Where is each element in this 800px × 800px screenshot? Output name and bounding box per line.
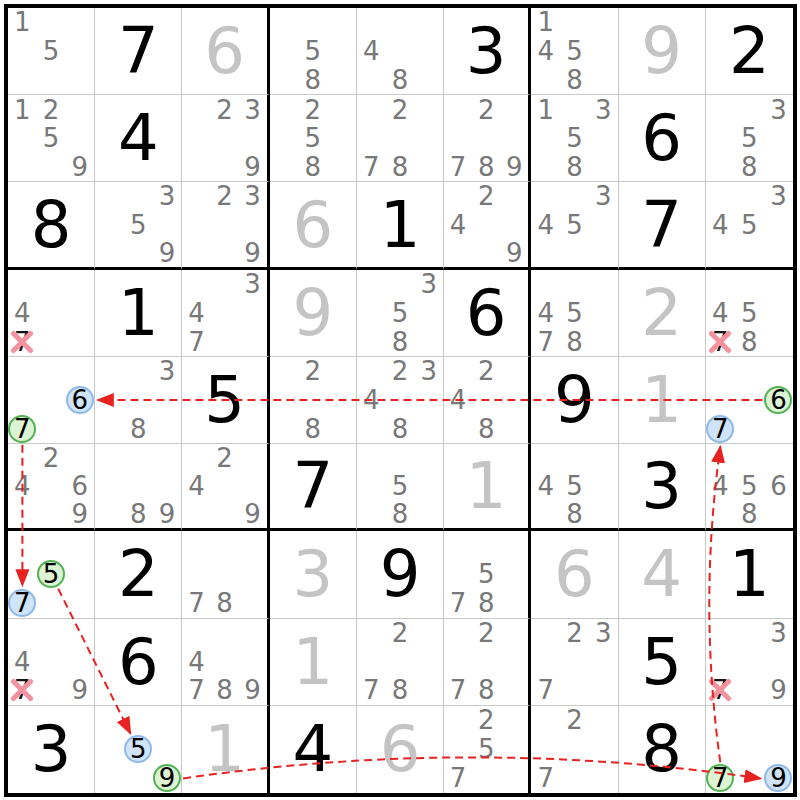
eliminated-candidate-7[interactable]: 7: [706, 328, 734, 356]
cell-r7c2[interactable]: 2: [95, 531, 182, 618]
candidate-2[interactable]: 2: [299, 357, 327, 385]
cell-r5c5[interactable]: 2348: [357, 357, 444, 444]
candidate-5[interactable]: 5: [560, 211, 588, 239]
candidate-3[interactable]: 3: [153, 182, 181, 210]
cell-r1c9[interactable]: 2: [706, 8, 793, 95]
candidate-4[interactable]: 4: [182, 472, 210, 500]
pencil-marks: 1259: [8, 95, 94, 181]
cell-r7c3[interactable]: 78: [182, 531, 269, 618]
candidate-5[interactable]: 5: [37, 124, 65, 152]
cell-r6c2[interactable]: 89: [95, 444, 182, 531]
cell-r9c4[interactable]: 4: [270, 706, 357, 793]
cell-r2c4[interactable]: 258: [270, 95, 357, 182]
cell-r9c3[interactable]: 1: [182, 706, 269, 793]
candidate-5[interactable]: 5: [386, 299, 414, 327]
pencil-marks: 79: [706, 706, 793, 793]
cell-value: 1: [95, 270, 181, 356]
pencil-marks: 59: [95, 706, 181, 793]
candidate-4[interactable]: 4: [532, 37, 560, 65]
cell-value: 9: [357, 531, 443, 617]
candidate-7[interactable]: 7: [532, 676, 560, 704]
cell-r4c6[interactable]: 6: [444, 270, 531, 357]
pencil-marks: 67: [706, 357, 793, 443]
candidate-8[interactable]: 8: [211, 589, 239, 617]
cell-value: 3: [619, 444, 705, 528]
cell-r5c4[interactable]: 28: [270, 357, 357, 444]
candidate-5[interactable]: 5: [386, 472, 414, 500]
candidate-4[interactable]: 4: [182, 648, 210, 676]
candidate-4[interactable]: 4: [706, 211, 734, 239]
candidate-2[interactable]: 2: [386, 357, 414, 385]
candidate-2[interactable]: 2: [37, 96, 65, 124]
candidate-7[interactable]: 7: [357, 676, 385, 704]
cell-value: 2: [706, 8, 793, 94]
cell-r4c4[interactable]: 9: [270, 270, 357, 357]
chain-node-blue-6[interactable]: 6: [66, 386, 94, 414]
candidate-3[interactable]: 3: [589, 619, 617, 647]
cell-r6c1[interactable]: 2469: [8, 444, 95, 531]
cell-r1c3[interactable]: 6: [182, 8, 269, 95]
candidate-8[interactable]: 8: [299, 415, 327, 443]
cell-r6c6[interactable]: 1: [444, 444, 531, 531]
cell-value: 6: [357, 706, 443, 793]
pencil-marks: 58: [270, 8, 356, 94]
candidate-5[interactable]: 5: [560, 37, 588, 65]
candidate-3[interactable]: 3: [239, 96, 267, 124]
pencil-marks: 67: [8, 357, 94, 443]
candidate-8[interactable]: 8: [560, 153, 588, 181]
candidate-5[interactable]: 5: [735, 472, 763, 500]
pencil-marks: 78: [182, 531, 266, 617]
pencil-marks: 1358: [531, 95, 617, 181]
cell-r8c8[interactable]: 5: [619, 619, 706, 706]
pencil-marks: 248: [444, 357, 528, 443]
cell-r7c5[interactable]: 9: [357, 531, 444, 618]
candidate-4[interactable]: 4: [182, 299, 210, 327]
candidate-2[interactable]: 2: [472, 357, 500, 385]
cell-r3c7[interactable]: 345: [531, 182, 618, 269]
cell-r1c2[interactable]: 7: [95, 8, 182, 95]
chain-node-blue-9[interactable]: 9: [764, 764, 792, 792]
candidate-8[interactable]: 8: [560, 66, 588, 94]
candidate-1[interactable]: 1: [8, 8, 36, 36]
cell-value: 2: [95, 531, 181, 617]
candidate-8[interactable]: 8: [735, 500, 763, 528]
cell-value: 3: [8, 706, 94, 793]
candidate-4[interactable]: 4: [532, 211, 560, 239]
candidate-7[interactable]: 7: [532, 328, 560, 356]
pencil-marks: 2789: [444, 95, 528, 181]
cell-value: 6: [444, 270, 528, 356]
pencil-marks: 4568: [706, 444, 793, 528]
candidate-9[interactable]: 9: [239, 676, 267, 704]
cell-r7c9[interactable]: 1: [706, 531, 793, 618]
cell-r9c7[interactable]: 27: [531, 706, 618, 793]
cell-value: 9: [531, 357, 617, 443]
pencil-marks: 47: [8, 270, 94, 356]
cell-value: 8: [619, 706, 705, 793]
cell-value: 1: [270, 619, 356, 705]
chain-node-green-5[interactable]: 5: [37, 560, 65, 588]
chain-node-blue-5[interactable]: 5: [124, 735, 152, 763]
candidate-1[interactable]: 1: [532, 96, 560, 124]
cell-value: 8: [8, 182, 94, 266]
cell-r5c3[interactable]: 5: [182, 357, 269, 444]
candidate-4[interactable]: 4: [8, 472, 36, 500]
pencil-marks: 27: [531, 706, 617, 793]
candidate-8[interactable]: 8: [735, 328, 763, 356]
cell-value: 1: [182, 706, 266, 793]
candidate-5[interactable]: 5: [735, 299, 763, 327]
candidate-5[interactable]: 5: [37, 37, 65, 65]
chain-node-green-9[interactable]: 9: [153, 764, 181, 792]
candidate-5[interactable]: 5: [735, 124, 763, 152]
candidate-4[interactable]: 4: [706, 472, 734, 500]
candidate-8[interactable]: 8: [386, 676, 414, 704]
cell-r5c8[interactable]: 1: [619, 357, 706, 444]
cell-r5c6[interactable]: 248: [444, 357, 531, 444]
candidate-9[interactable]: 9: [239, 239, 267, 267]
pencil-marks: 2348: [357, 357, 443, 443]
candidate-2[interactable]: 2: [211, 444, 239, 472]
cell-r2c6[interactable]: 2789: [444, 95, 531, 182]
candidate-3[interactable]: 3: [589, 182, 617, 210]
pencil-marks: 458: [531, 444, 617, 528]
candidate-5[interactable]: 5: [299, 37, 327, 65]
candidate-9[interactable]: 9: [153, 239, 181, 267]
cell-r1c5[interactable]: 48: [357, 8, 444, 95]
pencil-marks: 15: [8, 8, 94, 94]
pencil-marks: 1458: [531, 8, 617, 94]
cell-value: 2: [619, 270, 705, 356]
candidate-8[interactable]: 8: [472, 676, 500, 704]
cell-r3c9[interactable]: 345: [706, 182, 793, 269]
cell-r8c5[interactable]: 278: [357, 619, 444, 706]
cell-r5c1[interactable]: 67: [8, 357, 95, 444]
cell-r3c4[interactable]: 6: [270, 182, 357, 269]
candidate-2[interactable]: 2: [386, 96, 414, 124]
pencil-marks: 57: [8, 531, 94, 617]
pencil-marks: 358: [357, 270, 443, 356]
candidate-2[interactable]: 2: [211, 96, 239, 124]
cell-r2c9[interactable]: 358: [706, 95, 793, 182]
eliminated-candidate-7[interactable]: 7: [8, 676, 36, 704]
candidate-2[interactable]: 2: [560, 619, 588, 647]
pencil-marks: 258: [270, 95, 356, 181]
cell-r4c2[interactable]: 1: [95, 270, 182, 357]
chain-node-blue-7[interactable]: 7: [8, 589, 36, 617]
candidate-3[interactable]: 3: [589, 96, 617, 124]
cell-r8c2[interactable]: 6: [95, 619, 182, 706]
candidate-2[interactable]: 2: [472, 96, 500, 124]
candidate-3[interactable]: 3: [415, 357, 443, 385]
cell-r2c8[interactable]: 6: [619, 95, 706, 182]
cell-r7c4[interactable]: 3: [270, 531, 357, 618]
cell-value: 5: [182, 357, 266, 443]
cell-r2c7[interactable]: 1358: [531, 95, 618, 182]
cell-r4c3[interactable]: 347: [182, 270, 269, 357]
cell-value: 6: [619, 95, 705, 181]
eliminated-candidate-7[interactable]: 7: [706, 676, 734, 704]
cell-r5c7[interactable]: 9: [531, 357, 618, 444]
candidate-9[interactable]: 9: [66, 676, 94, 704]
candidate-7[interactable]: 7: [182, 676, 210, 704]
candidate-2[interactable]: 2: [472, 619, 500, 647]
pencil-marks: 239: [182, 182, 266, 266]
candidate-7[interactable]: 7: [444, 153, 472, 181]
pencil-marks: 345: [706, 182, 793, 266]
candidate-7[interactable]: 7: [182, 328, 210, 356]
candidate-5[interactable]: 5: [560, 299, 588, 327]
cell-value: 6: [531, 531, 617, 617]
pencil-marks: 2469: [8, 444, 94, 528]
cell-value: 1: [444, 444, 528, 528]
cell-r1c6[interactable]: 3: [444, 8, 531, 95]
candidate-1[interactable]: 1: [532, 8, 560, 36]
candidate-9[interactable]: 9: [153, 500, 181, 528]
cell-value: 6: [270, 182, 356, 266]
pencil-marks: 347: [182, 270, 266, 356]
candidate-7[interactable]: 7: [444, 764, 472, 792]
cell-r3c2[interactable]: 359: [95, 182, 182, 269]
candidate-9[interactable]: 9: [239, 153, 267, 181]
cell-r2c5[interactable]: 278: [357, 95, 444, 182]
candidate-8[interactable]: 8: [472, 589, 500, 617]
candidate-9[interactable]: 9: [66, 153, 94, 181]
chain-node-green-6[interactable]: 6: [764, 386, 792, 414]
candidate-3[interactable]: 3: [764, 619, 792, 647]
cell-r9c1[interactable]: 3: [8, 706, 95, 793]
candidate-4[interactable]: 4: [532, 472, 560, 500]
candidate-2[interactable]: 2: [211, 182, 239, 210]
candidate-2[interactable]: 2: [472, 182, 500, 210]
cell-r4c9[interactable]: 4578: [706, 270, 793, 357]
cell-r3c3[interactable]: 239: [182, 182, 269, 269]
candidate-8[interactable]: 8: [299, 66, 327, 94]
pencil-marks: 28: [270, 357, 356, 443]
candidate-4[interactable]: 4: [357, 386, 385, 414]
cell-value: 7: [270, 444, 356, 528]
cell-value: 7: [95, 8, 181, 94]
cell-r1c4[interactable]: 58: [270, 8, 357, 95]
cell-value: 6: [95, 619, 181, 705]
pencil-marks: 257: [444, 706, 528, 793]
pencil-marks: 249: [444, 182, 528, 266]
cell-r6c5[interactable]: 58: [357, 444, 444, 531]
sudoku-board: 1576584831458921259423925827827891358635…: [4, 4, 797, 797]
candidate-2[interactable]: 2: [299, 96, 327, 124]
candidate-8[interactable]: 8: [386, 415, 414, 443]
pencil-marks: 249: [182, 444, 266, 528]
cell-value: 4: [270, 706, 356, 793]
candidate-5[interactable]: 5: [124, 211, 152, 239]
cell-value: 5: [619, 619, 705, 705]
candidate-9[interactable]: 9: [239, 500, 267, 528]
candidate-7[interactable]: 7: [357, 153, 385, 181]
cell-r6c9[interactable]: 4568: [706, 444, 793, 531]
candidate-5[interactable]: 5: [560, 124, 588, 152]
pencil-marks: 578: [444, 531, 528, 617]
cell-r6c8[interactable]: 3: [619, 444, 706, 531]
cell-r9c8[interactable]: 8: [619, 706, 706, 793]
candidate-7[interactable]: 7: [444, 676, 472, 704]
cell-value: 1: [619, 357, 705, 443]
pencil-marks: 345: [531, 182, 617, 266]
candidate-7[interactable]: 7: [532, 764, 560, 792]
candidate-7[interactable]: 7: [444, 589, 472, 617]
cell-r1c7[interactable]: 1458: [531, 8, 618, 95]
cell-r7c1[interactable]: 57: [8, 531, 95, 618]
candidate-8[interactable]: 8: [386, 328, 414, 356]
candidate-9[interactable]: 9: [66, 500, 94, 528]
cell-r4c8[interactable]: 2: [619, 270, 706, 357]
pencil-marks: 278: [444, 619, 528, 705]
cell-r8c7[interactable]: 237: [531, 619, 618, 706]
cell-r1c1[interactable]: 15: [8, 8, 95, 95]
pencil-marks: 4789: [182, 619, 266, 705]
pencil-marks: 38: [95, 357, 181, 443]
candidate-8[interactable]: 8: [386, 66, 414, 94]
chain-node-green-7[interactable]: 7: [706, 764, 734, 792]
cell-value: 9: [619, 8, 705, 94]
candidate-2[interactable]: 2: [560, 706, 588, 734]
candidate-8[interactable]: 8: [211, 676, 239, 704]
pencil-marks: 358: [706, 95, 793, 181]
candidate-4[interactable]: 4: [444, 211, 472, 239]
cell-value: 4: [619, 531, 705, 617]
cell-r7c8[interactable]: 4: [619, 531, 706, 618]
candidate-5[interactable]: 5: [472, 735, 500, 763]
candidate-3[interactable]: 3: [764, 182, 792, 210]
pencil-marks: 278: [357, 619, 443, 705]
pencil-marks: 4578: [531, 270, 617, 356]
candidate-4[interactable]: 4: [706, 299, 734, 327]
pencil-marks: 379: [706, 619, 793, 705]
candidate-8[interactable]: 8: [560, 500, 588, 528]
candidate-1[interactable]: 1: [8, 96, 36, 124]
candidate-9[interactable]: 9: [500, 153, 528, 181]
cell-r8c9[interactable]: 379: [706, 619, 793, 706]
candidate-8[interactable]: 8: [735, 153, 763, 181]
eliminated-candidate-7[interactable]: 7: [8, 328, 36, 356]
cell-r7c7[interactable]: 6: [531, 531, 618, 618]
candidate-4[interactable]: 4: [532, 299, 560, 327]
candidate-4[interactable]: 4: [8, 648, 36, 676]
candidate-6[interactable]: 6: [66, 472, 94, 500]
cell-value: 4: [95, 95, 181, 181]
candidate-3[interactable]: 3: [764, 96, 792, 124]
candidate-4[interactable]: 4: [444, 386, 472, 414]
cell-r4c5[interactable]: 358: [357, 270, 444, 357]
cell-value: 7: [619, 182, 705, 266]
candidate-3[interactable]: 3: [415, 270, 443, 298]
cell-r4c7[interactable]: 4578: [531, 270, 618, 357]
candidate-7[interactable]: 7: [182, 589, 210, 617]
candidate-8[interactable]: 8: [560, 328, 588, 356]
cell-r8c6[interactable]: 278: [444, 619, 531, 706]
cell-r6c4[interactable]: 7: [270, 444, 357, 531]
candidate-2[interactable]: 2: [472, 706, 500, 734]
candidate-9[interactable]: 9: [764, 676, 792, 704]
pencil-marks: 359: [95, 182, 181, 266]
candidate-2[interactable]: 2: [37, 444, 65, 472]
candidate-4[interactable]: 4: [357, 37, 385, 65]
candidate-8[interactable]: 8: [299, 153, 327, 181]
cell-r3c8[interactable]: 7: [619, 182, 706, 269]
cell-r1c8[interactable]: 9: [619, 8, 706, 95]
candidate-3[interactable]: 3: [239, 270, 267, 298]
cell-r8c3[interactable]: 4789: [182, 619, 269, 706]
cell-value: 3: [444, 8, 528, 94]
candidate-8[interactable]: 8: [472, 415, 500, 443]
candidate-5[interactable]: 5: [299, 124, 327, 152]
cell-r9c6[interactable]: 257: [444, 706, 531, 793]
cell-r9c9[interactable]: 79: [706, 706, 793, 793]
cell-r9c2[interactable]: 59: [95, 706, 182, 793]
cell-value: 6: [182, 8, 266, 94]
cell-r3c5[interactable]: 1: [357, 182, 444, 269]
cell-r8c1[interactable]: 479: [8, 619, 95, 706]
candidate-9[interactable]: 9: [500, 239, 528, 267]
candidate-8[interactable]: 8: [386, 153, 414, 181]
cell-r3c1[interactable]: 8: [8, 182, 95, 269]
pencil-marks: 237: [531, 619, 617, 705]
candidate-8[interactable]: 8: [124, 500, 152, 528]
cell-value: 9: [270, 270, 356, 356]
chain-node-green-7[interactable]: 7: [8, 415, 36, 443]
candidate-3[interactable]: 3: [239, 182, 267, 210]
cell-r8c4[interactable]: 1: [270, 619, 357, 706]
cell-r5c9[interactable]: 67: [706, 357, 793, 444]
candidate-2[interactable]: 2: [386, 619, 414, 647]
chain-node-blue-7[interactable]: 7: [706, 415, 734, 443]
pencil-marks: 48: [357, 8, 443, 94]
candidate-5[interactable]: 5: [735, 211, 763, 239]
cell-value: 1: [706, 531, 793, 617]
pencil-marks: 278: [357, 95, 443, 181]
cell-value: 1: [357, 182, 443, 266]
cell-r4c1[interactable]: 47: [8, 270, 95, 357]
cell-r3c6[interactable]: 249: [444, 182, 531, 269]
cell-r2c3[interactable]: 239: [182, 95, 269, 182]
candidate-3[interactable]: 3: [153, 357, 181, 385]
candidate-4[interactable]: 4: [8, 299, 36, 327]
candidate-5[interactable]: 5: [472, 560, 500, 588]
cell-r7c6[interactable]: 578: [444, 531, 531, 618]
pencil-marks: 4578: [706, 270, 793, 356]
pencil-marks: 89: [95, 444, 181, 528]
cell-value: 3: [270, 531, 356, 617]
candidate-5[interactable]: 5: [560, 472, 588, 500]
candidate-8[interactable]: 8: [386, 500, 414, 528]
pencil-marks: 58: [357, 444, 443, 528]
candidate-6[interactable]: 6: [764, 472, 792, 500]
candidate-8[interactable]: 8: [472, 153, 500, 181]
cell-r2c2[interactable]: 4: [95, 95, 182, 182]
pencil-marks: 479: [8, 619, 94, 705]
cell-r6c3[interactable]: 249: [182, 444, 269, 531]
candidate-8[interactable]: 8: [124, 415, 152, 443]
cell-r5c2[interactable]: 38: [95, 357, 182, 444]
cell-r2c1[interactable]: 1259: [8, 95, 95, 182]
cell-r9c5[interactable]: 6: [357, 706, 444, 793]
pencil-marks: 239: [182, 95, 266, 181]
cell-r6c7[interactable]: 458: [531, 444, 618, 531]
